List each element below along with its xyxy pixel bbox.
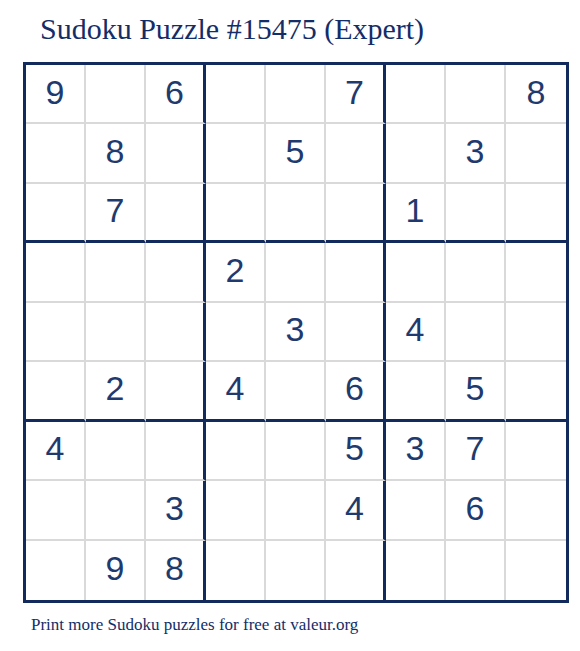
cell-r4c6[interactable]	[326, 243, 386, 302]
cell-r3c7[interactable]: 1	[386, 184, 446, 243]
cell-r6c3[interactable]	[146, 362, 206, 421]
cell-r7c3[interactable]	[146, 422, 206, 481]
cell-r9c6[interactable]	[326, 541, 386, 600]
cell-r3c8[interactable]	[446, 184, 506, 243]
cell-r2c3[interactable]	[146, 124, 206, 183]
cell-r4c3[interactable]	[146, 243, 206, 302]
cell-r5c1[interactable]	[26, 303, 86, 362]
cell-r5c8[interactable]	[446, 303, 506, 362]
cell-r6c9[interactable]	[506, 362, 566, 421]
cell-r4c9[interactable]	[506, 243, 566, 302]
cell-r2c7[interactable]	[386, 124, 446, 183]
cell-r8c1[interactable]	[26, 481, 86, 540]
cell-r7c6[interactable]: 5	[326, 422, 386, 481]
cell-r7c1[interactable]: 4	[26, 422, 86, 481]
cell-r6c5[interactable]	[266, 362, 326, 421]
cell-r4c4[interactable]: 2	[206, 243, 266, 302]
cell-r8c5[interactable]	[266, 481, 326, 540]
cell-r7c4[interactable]	[206, 422, 266, 481]
cell-r4c7[interactable]	[386, 243, 446, 302]
cell-r6c4[interactable]: 4	[206, 362, 266, 421]
cell-r1c9[interactable]: 8	[506, 65, 566, 124]
cell-r8c6[interactable]: 4	[326, 481, 386, 540]
cell-r8c9[interactable]	[506, 481, 566, 540]
cell-r5c5[interactable]: 3	[266, 303, 326, 362]
cell-r1c2[interactable]	[86, 65, 146, 124]
cell-r5c2[interactable]	[86, 303, 146, 362]
cell-r5c9[interactable]	[506, 303, 566, 362]
cell-r6c7[interactable]	[386, 362, 446, 421]
cell-r8c7[interactable]	[386, 481, 446, 540]
cell-r5c4[interactable]	[206, 303, 266, 362]
cell-r7c8[interactable]: 7	[446, 422, 506, 481]
cell-r7c2[interactable]	[86, 422, 146, 481]
cell-r3c2[interactable]: 7	[86, 184, 146, 243]
cell-r9c4[interactable]	[206, 541, 266, 600]
cell-r2c8[interactable]: 3	[446, 124, 506, 183]
cell-r1c4[interactable]	[206, 65, 266, 124]
sudoku-board: 9678853712342465453734698	[23, 62, 569, 603]
cell-r2c9[interactable]	[506, 124, 566, 183]
cell-r1c8[interactable]	[446, 65, 506, 124]
cell-r7c9[interactable]	[506, 422, 566, 481]
cell-r3c3[interactable]	[146, 184, 206, 243]
cell-r3c5[interactable]	[266, 184, 326, 243]
puzzle-title: Sudoku Puzzle #15475 (Expert)	[40, 12, 424, 46]
cell-r8c8[interactable]: 6	[446, 481, 506, 540]
cell-r2c5[interactable]: 5	[266, 124, 326, 183]
cell-r2c1[interactable]	[26, 124, 86, 183]
cell-r1c5[interactable]	[266, 65, 326, 124]
cell-r8c3[interactable]: 3	[146, 481, 206, 540]
cell-r8c4[interactable]	[206, 481, 266, 540]
cell-r4c1[interactable]	[26, 243, 86, 302]
cell-r9c3[interactable]: 8	[146, 541, 206, 600]
cell-r5c3[interactable]	[146, 303, 206, 362]
cell-r3c6[interactable]	[326, 184, 386, 243]
cell-r6c6[interactable]: 6	[326, 362, 386, 421]
cell-r4c8[interactable]	[446, 243, 506, 302]
cell-r5c6[interactable]	[326, 303, 386, 362]
cell-r3c1[interactable]	[26, 184, 86, 243]
cell-r4c5[interactable]	[266, 243, 326, 302]
cell-r3c9[interactable]	[506, 184, 566, 243]
footer-text: Print more Sudoku puzzles for free at va…	[31, 615, 358, 635]
cell-r2c2[interactable]: 8	[86, 124, 146, 183]
cell-r7c5[interactable]	[266, 422, 326, 481]
cell-r1c7[interactable]	[386, 65, 446, 124]
cell-r1c6[interactable]: 7	[326, 65, 386, 124]
cell-r3c4[interactable]	[206, 184, 266, 243]
cell-r6c2[interactable]: 2	[86, 362, 146, 421]
cell-r2c6[interactable]	[326, 124, 386, 183]
cell-r6c1[interactable]	[26, 362, 86, 421]
page: Sudoku Puzzle #15475 (Expert) 9678853712…	[0, 0, 580, 651]
cell-r6c8[interactable]: 5	[446, 362, 506, 421]
cell-r9c1[interactable]	[26, 541, 86, 600]
cell-r9c7[interactable]	[386, 541, 446, 600]
cell-r9c9[interactable]	[506, 541, 566, 600]
cell-r1c1[interactable]: 9	[26, 65, 86, 124]
cell-r9c8[interactable]	[446, 541, 506, 600]
cell-r5c7[interactable]: 4	[386, 303, 446, 362]
cell-r8c2[interactable]	[86, 481, 146, 540]
cell-r1c3[interactable]: 6	[146, 65, 206, 124]
cell-r7c7[interactable]: 3	[386, 422, 446, 481]
cell-r9c2[interactable]: 9	[86, 541, 146, 600]
cell-r4c2[interactable]	[86, 243, 146, 302]
cell-r2c4[interactable]	[206, 124, 266, 183]
cell-r9c5[interactable]	[266, 541, 326, 600]
